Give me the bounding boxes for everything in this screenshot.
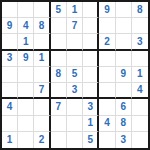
given-digit: 5 [87, 135, 93, 145]
cell-r2c4[interactable] [51, 18, 67, 34]
cell-r8c1[interactable] [2, 116, 18, 132]
cell-r1c6[interactable] [83, 2, 99, 18]
given-digit: 2 [104, 37, 110, 47]
given-digit: 3 [87, 102, 93, 112]
cell-r5c8[interactable]: 9 [116, 67, 132, 83]
cell-r4c2[interactable]: 9 [18, 51, 34, 67]
cell-r2c8[interactable] [116, 18, 132, 34]
given-digit: 8 [55, 69, 61, 79]
cell-r1c5[interactable]: 1 [67, 2, 83, 18]
given-digit: 9 [120, 69, 126, 79]
given-digit: 2 [39, 135, 45, 145]
cell-r6c1[interactable] [2, 83, 18, 99]
cell-r6c9[interactable]: 4 [132, 83, 148, 99]
cell-r9c2[interactable] [18, 132, 34, 148]
given-digit: 1 [23, 37, 29, 47]
cell-r8c6[interactable]: 1 [83, 116, 99, 132]
cell-r6c2[interactable] [18, 83, 34, 99]
cell-r8c9[interactable] [132, 116, 148, 132]
cell-r4c8[interactable] [116, 51, 132, 67]
given-digit: 8 [137, 5, 143, 15]
given-digit: 5 [55, 5, 61, 15]
given-digit: 3 [120, 135, 126, 145]
given-digit: 9 [23, 53, 29, 63]
cell-r8c7[interactable]: 4 [99, 116, 115, 132]
cell-r6c8[interactable] [116, 83, 132, 99]
cell-r5c4[interactable]: 8 [51, 67, 67, 83]
given-digit: 4 [104, 118, 110, 128]
cell-r3c7[interactable]: 2 [99, 34, 115, 50]
cell-r1c7[interactable]: 9 [99, 2, 115, 18]
cell-r8c4[interactable] [51, 116, 67, 132]
given-digit: 4 [7, 102, 13, 112]
given-digit: 3 [72, 85, 78, 95]
cell-r5c2[interactable] [18, 67, 34, 83]
cell-r5c3[interactable] [34, 67, 50, 83]
cell-r3c2[interactable]: 1 [18, 34, 34, 50]
cell-r6c7[interactable] [99, 83, 115, 99]
cell-r4c3[interactable]: 1 [34, 51, 50, 67]
cell-r7c6[interactable]: 3 [83, 99, 99, 115]
cell-r3c9[interactable]: 3 [132, 34, 148, 50]
given-digit: 3 [137, 37, 143, 47]
given-digit: 5 [72, 69, 78, 79]
cell-r3c1[interactable] [2, 34, 18, 50]
cell-r7c7[interactable] [99, 99, 115, 115]
cell-r8c5[interactable] [67, 116, 83, 132]
cell-r2c1[interactable]: 9 [2, 18, 18, 34]
cell-r9c1[interactable]: 1 [2, 132, 18, 148]
cell-r6c6[interactable] [83, 83, 99, 99]
cell-r7c1[interactable]: 4 [2, 99, 18, 115]
given-digit: 6 [120, 102, 126, 112]
cell-r2c6[interactable] [83, 18, 99, 34]
cell-r7c5[interactable] [67, 99, 83, 115]
sudoku-board: 51989487123391859173447361481253 [0, 0, 150, 150]
given-digit: 1 [72, 5, 78, 15]
cell-r9c5[interactable] [67, 132, 83, 148]
cell-r9c7[interactable] [99, 132, 115, 148]
given-digit: 8 [120, 118, 126, 128]
cell-r2c9[interactable] [132, 18, 148, 34]
cell-r5c7[interactable] [99, 67, 115, 83]
cell-r3c8[interactable] [116, 34, 132, 50]
cell-r9c6[interactable]: 5 [83, 132, 99, 148]
cell-r4c4[interactable] [51, 51, 67, 67]
cell-r9c3[interactable]: 2 [34, 132, 50, 148]
given-digit: 9 [7, 21, 13, 31]
cell-r6c4[interactable] [51, 83, 67, 99]
cell-r8c8[interactable]: 8 [116, 116, 132, 132]
cell-r8c2[interactable] [18, 116, 34, 132]
cell-r3c5[interactable] [67, 34, 83, 50]
cell-r4c7[interactable] [99, 51, 115, 67]
cell-r2c7[interactable] [99, 18, 115, 34]
cell-r9c8[interactable]: 3 [116, 132, 132, 148]
sudoku-puzzle: 51989487123391859173447361481253 [0, 0, 150, 150]
cell-r5c5[interactable]: 5 [67, 67, 83, 83]
given-digit: 7 [39, 85, 45, 95]
cell-r7c8[interactable]: 6 [116, 99, 132, 115]
cell-r7c9[interactable] [132, 99, 148, 115]
cell-r2c5[interactable]: 7 [67, 18, 83, 34]
cell-r7c4[interactable]: 7 [51, 99, 67, 115]
cell-r9c9[interactable] [132, 132, 148, 148]
given-digit: 1 [137, 69, 143, 79]
cell-r6c3[interactable]: 7 [34, 83, 50, 99]
cell-r8c3[interactable] [34, 116, 50, 132]
cell-r5c6[interactable] [83, 67, 99, 83]
cell-r4c9[interactable] [132, 51, 148, 67]
given-digit: 1 [87, 118, 93, 128]
cell-r9c4[interactable] [51, 132, 67, 148]
cell-r4c5[interactable] [67, 51, 83, 67]
cell-r2c3[interactable]: 8 [34, 18, 50, 34]
cell-r7c3[interactable] [34, 99, 50, 115]
given-digit: 8 [39, 21, 45, 31]
cell-r1c9[interactable]: 8 [132, 2, 148, 18]
cell-r3c3[interactable] [34, 34, 50, 50]
cell-r4c1[interactable]: 3 [2, 51, 18, 67]
cell-r6c5[interactable]: 3 [67, 83, 83, 99]
given-digit: 9 [104, 5, 110, 15]
given-digit: 3 [7, 53, 13, 63]
given-digit: 1 [7, 135, 13, 145]
given-digit: 4 [137, 85, 143, 95]
cell-r3c4[interactable] [51, 34, 67, 50]
cell-r5c1[interactable] [2, 67, 18, 83]
cell-r4c6[interactable] [83, 51, 99, 67]
cell-r2c2[interactable]: 4 [18, 18, 34, 34]
cell-r1c8[interactable] [116, 2, 132, 18]
cell-r3c6[interactable] [83, 34, 99, 50]
given-digit: 4 [23, 21, 29, 31]
given-digit: 1 [39, 53, 45, 63]
cell-r1c4[interactable]: 5 [51, 2, 67, 18]
cell-r1c2[interactable] [18, 2, 34, 18]
cell-r7c2[interactable] [18, 99, 34, 115]
given-digit: 7 [55, 102, 61, 112]
given-digit: 7 [72, 21, 78, 31]
cell-r1c3[interactable] [34, 2, 50, 18]
cell-r1c1[interactable] [2, 2, 18, 18]
cell-r5c9[interactable]: 1 [132, 67, 148, 83]
